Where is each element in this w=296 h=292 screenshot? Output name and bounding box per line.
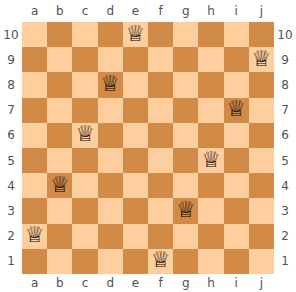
square-g4[interactable] — [173, 173, 198, 198]
square-b8[interactable] — [47, 72, 72, 97]
file-labels-top: abcdefghij — [22, 0, 274, 22]
square-g9[interactable] — [173, 47, 198, 72]
square-f5[interactable] — [148, 148, 173, 173]
square-f10[interactable] — [148, 22, 173, 47]
square-d3[interactable] — [98, 198, 123, 223]
rank-labels-left: 10987654321 — [0, 22, 22, 274]
white-queen[interactable]: ♕ — [201, 149, 221, 171]
square-h10[interactable] — [198, 22, 223, 47]
rank-labels-right: 10987654321 — [274, 22, 296, 274]
square-i5[interactable] — [224, 148, 249, 173]
square-e7[interactable] — [123, 98, 148, 123]
file-label-g: g — [173, 0, 198, 22]
board: ♕♕♕♕♕♕♕♕♕♕ — [22, 22, 274, 274]
square-j5[interactable] — [249, 148, 274, 173]
square-b7[interactable] — [47, 98, 72, 123]
square-j9[interactable]: ♕ — [249, 47, 274, 72]
file-label-h: h — [198, 274, 223, 292]
file-label-c: c — [72, 0, 97, 22]
file-label-d: d — [98, 0, 123, 22]
rank-label-1: 1 — [0, 249, 22, 274]
square-j10[interactable] — [249, 22, 274, 47]
rank-label-5: 5 — [274, 148, 296, 173]
file-label-f: f — [148, 0, 173, 22]
rank-label-5: 5 — [0, 148, 22, 173]
square-i9[interactable] — [224, 47, 249, 72]
file-label-j: j — [249, 274, 274, 292]
rank-label-8: 8 — [274, 72, 296, 97]
file-label-g: g — [173, 274, 198, 292]
file-label-e: e — [123, 0, 148, 22]
square-h6[interactable] — [198, 123, 223, 148]
square-h9[interactable] — [198, 47, 223, 72]
white-queen[interactable]: ♕ — [100, 73, 120, 95]
square-c9[interactable] — [72, 47, 97, 72]
square-f8[interactable] — [148, 72, 173, 97]
file-label-i: i — [224, 0, 249, 22]
rank-label-2: 2 — [0, 224, 22, 249]
white-queen[interactable]: ♕ — [25, 224, 45, 246]
white-queen[interactable]: ♕ — [226, 98, 246, 120]
white-queen[interactable]: ♕ — [176, 199, 196, 221]
square-i4[interactable] — [224, 173, 249, 198]
square-g7[interactable] — [173, 98, 198, 123]
rank-label-6: 6 — [274, 123, 296, 148]
square-j1[interactable] — [249, 249, 274, 274]
file-label-h: h — [198, 0, 223, 22]
white-queen[interactable]: ♕ — [252, 48, 272, 70]
square-b2[interactable] — [47, 224, 72, 249]
square-i6[interactable] — [224, 123, 249, 148]
rank-label-4: 4 — [0, 173, 22, 198]
square-a9[interactable] — [22, 47, 47, 72]
square-j8[interactable] — [249, 72, 274, 97]
file-label-j: j — [249, 0, 274, 22]
square-f1[interactable]: ♕ — [148, 249, 173, 274]
square-d5[interactable] — [98, 148, 123, 173]
rank-label-10: 10 — [274, 22, 296, 47]
square-f9[interactable] — [148, 47, 173, 72]
square-f4[interactable] — [148, 173, 173, 198]
square-e6[interactable] — [123, 123, 148, 148]
square-c8[interactable] — [72, 72, 97, 97]
square-f6[interactable] — [148, 123, 173, 148]
square-e9[interactable] — [123, 47, 148, 72]
square-j3[interactable] — [249, 198, 274, 223]
rank-label-1: 1 — [274, 249, 296, 274]
square-c5[interactable] — [72, 148, 97, 173]
file-label-a: a — [22, 274, 47, 292]
square-f3[interactable] — [148, 198, 173, 223]
square-i8[interactable] — [224, 72, 249, 97]
square-a1[interactable] — [22, 249, 47, 274]
file-label-a: a — [22, 0, 47, 22]
square-c3[interactable] — [72, 198, 97, 223]
square-g6[interactable] — [173, 123, 198, 148]
rank-label-8: 8 — [0, 72, 22, 97]
rank-label-9: 9 — [274, 47, 296, 72]
rank-label-4: 4 — [274, 173, 296, 198]
square-e3[interactable] — [123, 198, 148, 223]
square-c6[interactable]: ♕ — [72, 123, 97, 148]
rank-label-6: 6 — [0, 123, 22, 148]
square-d2[interactable] — [98, 224, 123, 249]
rank-label-3: 3 — [274, 198, 296, 223]
file-label-e: e — [123, 274, 148, 292]
square-d9[interactable] — [98, 47, 123, 72]
file-label-b: b — [47, 0, 72, 22]
square-h5[interactable]: ♕ — [198, 148, 223, 173]
square-c2[interactable] — [72, 224, 97, 249]
square-h7[interactable] — [198, 98, 223, 123]
square-e2[interactable] — [123, 224, 148, 249]
square-h2[interactable] — [198, 224, 223, 249]
square-a8[interactable] — [22, 72, 47, 97]
square-f2[interactable] — [148, 224, 173, 249]
chessboard-diagram: abcdefghij 10987654321 ♕♕♕♕♕♕♕♕♕♕ 109876… — [0, 0, 296, 292]
square-d7[interactable] — [98, 98, 123, 123]
square-c4[interactable] — [72, 173, 97, 198]
square-h1[interactable] — [198, 249, 223, 274]
square-e4[interactable] — [123, 173, 148, 198]
file-label-d: d — [98, 274, 123, 292]
square-i7[interactable]: ♕ — [224, 98, 249, 123]
square-c1[interactable] — [72, 249, 97, 274]
rank-label-2: 2 — [274, 224, 296, 249]
square-b3[interactable] — [47, 198, 72, 223]
square-a3[interactable] — [22, 198, 47, 223]
square-d10[interactable] — [98, 22, 123, 47]
square-b9[interactable] — [47, 47, 72, 72]
rank-label-7: 7 — [0, 98, 22, 123]
square-e1[interactable] — [123, 249, 148, 274]
square-b5[interactable] — [47, 148, 72, 173]
rank-label-10: 10 — [0, 22, 22, 47]
square-i1[interactable] — [224, 249, 249, 274]
square-b10[interactable] — [47, 22, 72, 47]
white-queen[interactable]: ♕ — [151, 249, 171, 271]
square-e8[interactable] — [123, 72, 148, 97]
square-d8[interactable]: ♕ — [98, 72, 123, 97]
square-d4[interactable] — [98, 173, 123, 198]
square-c7[interactable] — [72, 98, 97, 123]
square-d1[interactable] — [98, 249, 123, 274]
square-a4[interactable] — [22, 173, 47, 198]
square-a6[interactable] — [22, 123, 47, 148]
square-a2[interactable]: ♕ — [22, 224, 47, 249]
square-g1[interactable] — [173, 249, 198, 274]
file-label-c: c — [72, 274, 97, 292]
square-c10[interactable] — [72, 22, 97, 47]
rank-label-3: 3 — [0, 198, 22, 223]
square-i10[interactable] — [224, 22, 249, 47]
square-a10[interactable] — [22, 22, 47, 47]
square-g3[interactable]: ♕ — [173, 198, 198, 223]
square-j7[interactable] — [249, 98, 274, 123]
square-j2[interactable] — [249, 224, 274, 249]
square-b6[interactable] — [47, 123, 72, 148]
square-e5[interactable] — [123, 148, 148, 173]
square-i3[interactable] — [224, 198, 249, 223]
square-j4[interactable] — [249, 173, 274, 198]
square-g2[interactable] — [173, 224, 198, 249]
square-j6[interactable] — [249, 123, 274, 148]
square-b4[interactable]: ♕ — [47, 173, 72, 198]
white-queen[interactable]: ♕ — [50, 174, 70, 196]
square-g5[interactable] — [173, 148, 198, 173]
square-a7[interactable] — [22, 98, 47, 123]
square-e10[interactable]: ♕ — [123, 22, 148, 47]
file-labels-bottom: abcdefghij — [22, 274, 274, 292]
square-d6[interactable] — [98, 123, 123, 148]
file-label-b: b — [47, 274, 72, 292]
file-label-i: i — [224, 274, 249, 292]
file-label-f: f — [148, 274, 173, 292]
white-queen[interactable]: ♕ — [75, 123, 95, 145]
white-queen[interactable]: ♕ — [126, 23, 146, 45]
square-i2[interactable] — [224, 224, 249, 249]
square-b1[interactable] — [47, 249, 72, 274]
square-h8[interactable] — [198, 72, 223, 97]
rank-label-9: 9 — [0, 47, 22, 72]
rank-label-7: 7 — [274, 98, 296, 123]
square-a5[interactable] — [22, 148, 47, 173]
square-h4[interactable] — [198, 173, 223, 198]
square-g10[interactable] — [173, 22, 198, 47]
square-g8[interactable] — [173, 72, 198, 97]
square-h3[interactable] — [198, 198, 223, 223]
square-f7[interactable] — [148, 98, 173, 123]
